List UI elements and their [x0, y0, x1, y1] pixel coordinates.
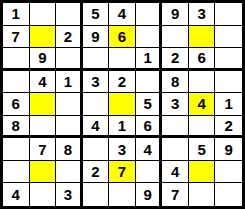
cell-r6c8[interactable]: [189, 116, 216, 139]
cell-r6c5[interactable]: 1: [109, 116, 136, 139]
cell-r6c3[interactable]: [56, 116, 83, 139]
cell-r1c1[interactable]: 1: [3, 3, 30, 26]
cell-r5c9[interactable]: 1: [215, 93, 242, 116]
cell-r1c2[interactable]: [30, 3, 57, 26]
cell-r9c9[interactable]: [215, 183, 242, 206]
cell-r1c4[interactable]: 5: [83, 3, 110, 26]
cell-r3c4[interactable]: [83, 48, 110, 71]
cell-r3c7[interactable]: 2: [162, 48, 189, 71]
cell-r8c3[interactable]: [56, 161, 83, 184]
cell-r2c1[interactable]: 7: [3, 26, 30, 49]
cell-r8c9[interactable]: [215, 161, 242, 184]
cell-r6c4[interactable]: 4: [83, 116, 110, 139]
cell-r1c6[interactable]: [136, 3, 163, 26]
cell-r6c7[interactable]: [162, 116, 189, 139]
cell-r8c7[interactable]: 4: [162, 161, 189, 184]
cell-r5c7[interactable]: 3: [162, 93, 189, 116]
cell-r5c4[interactable]: [83, 93, 110, 116]
sudoku-board: 1549372969126413286534184162783459274439…: [0, 0, 245, 209]
cell-r4c7[interactable]: 8: [162, 71, 189, 94]
cell-r8c2[interactable]: [30, 161, 57, 184]
cell-r7c7[interactable]: [162, 138, 189, 161]
cell-r4c5[interactable]: 2: [109, 71, 136, 94]
cell-r1c5[interactable]: 4: [109, 3, 136, 26]
cell-r9c8[interactable]: [189, 183, 216, 206]
cell-r7c6[interactable]: 4: [136, 138, 163, 161]
cell-r5c5[interactable]: [109, 93, 136, 116]
cell-r3c3[interactable]: [56, 48, 83, 71]
cell-r9c5[interactable]: [109, 183, 136, 206]
cell-r3c5[interactable]: [109, 48, 136, 71]
cell-r4c4[interactable]: 3: [83, 71, 110, 94]
cell-r4c3[interactable]: 1: [56, 71, 83, 94]
cell-r9c7[interactable]: 7: [162, 183, 189, 206]
cell-r7c4[interactable]: [83, 138, 110, 161]
cell-r6c1[interactable]: 8: [3, 116, 30, 139]
cell-r4c6[interactable]: [136, 71, 163, 94]
cell-r8c8[interactable]: [189, 161, 216, 184]
cell-r5c1[interactable]: 6: [3, 93, 30, 116]
cell-r8c6[interactable]: [136, 161, 163, 184]
cell-r2c4[interactable]: 9: [83, 26, 110, 49]
cell-r3c1[interactable]: [3, 48, 30, 71]
cell-r2c5[interactable]: 6: [109, 26, 136, 49]
cell-r7c9[interactable]: 9: [215, 138, 242, 161]
cell-r4c8[interactable]: [189, 71, 216, 94]
cell-r2c7[interactable]: [162, 26, 189, 49]
cell-r2c6[interactable]: [136, 26, 163, 49]
cell-r3c2[interactable]: 9: [30, 48, 57, 71]
cell-r1c3[interactable]: [56, 3, 83, 26]
cell-r9c4[interactable]: [83, 183, 110, 206]
cell-r9c1[interactable]: 4: [3, 183, 30, 206]
cell-r9c2[interactable]: [30, 183, 57, 206]
cell-r7c2[interactable]: 7: [30, 138, 57, 161]
cell-r2c8[interactable]: [189, 26, 216, 49]
cell-r3c9[interactable]: [215, 48, 242, 71]
cell-r1c7[interactable]: 9: [162, 3, 189, 26]
cell-r9c3[interactable]: 3: [56, 183, 83, 206]
cell-r5c8[interactable]: 4: [189, 93, 216, 116]
cell-r6c2[interactable]: [30, 116, 57, 139]
cell-r4c9[interactable]: [215, 71, 242, 94]
cell-r5c3[interactable]: [56, 93, 83, 116]
cell-r7c8[interactable]: 5: [189, 138, 216, 161]
cell-r5c6[interactable]: 5: [136, 93, 163, 116]
cell-r8c1[interactable]: [3, 161, 30, 184]
cell-r4c1[interactable]: [3, 71, 30, 94]
cell-r2c9[interactable]: [215, 26, 242, 49]
cell-r5c2[interactable]: [30, 93, 57, 116]
cell-r9c6[interactable]: 9: [136, 183, 163, 206]
cell-r7c1[interactable]: [3, 138, 30, 161]
cell-r1c8[interactable]: 3: [189, 3, 216, 26]
cell-r3c6[interactable]: 1: [136, 48, 163, 71]
cell-r8c4[interactable]: 2: [83, 161, 110, 184]
cell-r6c9[interactable]: 2: [215, 116, 242, 139]
cell-r7c5[interactable]: 3: [109, 138, 136, 161]
cell-r6c6[interactable]: 6: [136, 116, 163, 139]
cell-r7c3[interactable]: 8: [56, 138, 83, 161]
cell-r3c8[interactable]: 6: [189, 48, 216, 71]
cell-r8c5[interactable]: 7: [109, 161, 136, 184]
cell-r4c2[interactable]: 4: [30, 71, 57, 94]
cell-r1c9[interactable]: [215, 3, 242, 26]
cell-r2c3[interactable]: 2: [56, 26, 83, 49]
cell-r2c2[interactable]: [30, 26, 57, 49]
